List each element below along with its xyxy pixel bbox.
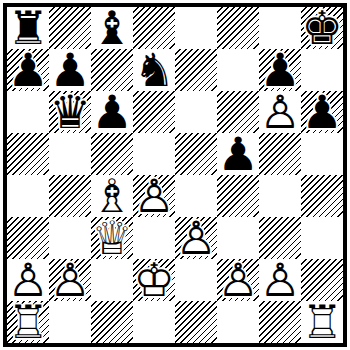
square-h5[interactable] [301,133,343,175]
board-frame: ♜♝♚♟♟♞♟♛♟♟♙♟♟♝♗♟♙♛♕♟♙♟♙♟♙♚♔♟♙♟♙♜♖♜♖ [3,3,347,347]
square-a2[interactable]: ♟♙ [7,259,49,301]
square-h1[interactable]: ♜♖ [301,301,343,343]
square-f3[interactable] [217,217,259,259]
piece-white-rook-fill: ♜ [301,301,343,343]
square-h3[interactable] [301,217,343,259]
square-e3[interactable]: ♟♙ [175,217,217,259]
square-d5[interactable] [133,133,175,175]
square-g8[interactable] [259,7,301,49]
piece-black-knight: ♞ [133,49,175,91]
square-h7[interactable] [301,49,343,91]
square-a4[interactable] [7,175,49,217]
piece-white-queen-fill: ♛ [91,217,133,259]
piece-black-king: ♚ [301,7,343,49]
piece-white-queen: ♕ [91,217,133,259]
square-h2[interactable] [301,259,343,301]
piece-white-king: ♔ [133,259,175,301]
square-d1[interactable] [133,301,175,343]
piece-white-pawn-fill: ♟ [49,259,91,301]
square-g7[interactable]: ♟ [259,49,301,91]
square-f6[interactable] [217,91,259,133]
piece-black-queen: ♛ [49,91,91,133]
square-g5[interactable] [259,133,301,175]
square-b8[interactable] [49,7,91,49]
piece-black-pawn: ♟ [217,133,259,175]
square-b2[interactable]: ♟♙ [49,259,91,301]
piece-white-pawn-fill: ♟ [259,259,301,301]
square-a1[interactable]: ♜♖ [7,301,49,343]
square-e7[interactable] [175,49,217,91]
square-d2[interactable]: ♚♔ [133,259,175,301]
piece-white-bishop: ♗ [91,175,133,217]
square-f8[interactable] [217,7,259,49]
piece-black-rook: ♜ [7,7,49,49]
piece-white-pawn-fill: ♟ [133,175,175,217]
square-g2[interactable]: ♟♙ [259,259,301,301]
piece-black-pawn: ♟ [49,49,91,91]
square-h8[interactable]: ♚ [301,7,343,49]
square-c1[interactable] [91,301,133,343]
piece-white-rook: ♖ [301,301,343,343]
square-d8[interactable] [133,7,175,49]
square-e6[interactable] [175,91,217,133]
piece-white-pawn: ♙ [175,217,217,259]
piece-white-pawn: ♙ [49,259,91,301]
square-b7[interactable]: ♟ [49,49,91,91]
square-g3[interactable] [259,217,301,259]
square-d7[interactable]: ♞ [133,49,175,91]
square-g1[interactable] [259,301,301,343]
chess-diagram: ♜♝♚♟♟♞♟♛♟♟♙♟♟♝♗♟♙♛♕♟♙♟♙♟♙♚♔♟♙♟♙♜♖♜♖ [0,0,350,350]
square-c8[interactable]: ♝ [91,7,133,49]
piece-white-pawn-fill: ♟ [259,91,301,133]
square-b4[interactable] [49,175,91,217]
square-g6[interactable]: ♟♙ [259,91,301,133]
piece-black-bishop: ♝ [91,7,133,49]
piece-white-rook-fill: ♜ [7,301,49,343]
square-e2[interactable] [175,259,217,301]
square-b1[interactable] [49,301,91,343]
piece-white-pawn: ♙ [217,259,259,301]
piece-white-pawn: ♙ [7,259,49,301]
square-a7[interactable]: ♟ [7,49,49,91]
square-a3[interactable] [7,217,49,259]
piece-white-king-fill: ♚ [133,259,175,301]
square-f7[interactable] [217,49,259,91]
square-f1[interactable] [217,301,259,343]
piece-white-pawn-fill: ♟ [217,259,259,301]
square-a6[interactable] [7,91,49,133]
square-f2[interactable]: ♟♙ [217,259,259,301]
piece-black-pawn: ♟ [91,91,133,133]
piece-white-pawn: ♙ [133,175,175,217]
piece-white-pawn-fill: ♟ [175,217,217,259]
square-a5[interactable] [7,133,49,175]
square-c4[interactable]: ♝♗ [91,175,133,217]
square-b3[interactable] [49,217,91,259]
square-e5[interactable] [175,133,217,175]
square-h4[interactable] [301,175,343,217]
piece-black-pawn: ♟ [301,91,343,133]
square-f4[interactable] [217,175,259,217]
square-g4[interactable] [259,175,301,217]
square-d6[interactable] [133,91,175,133]
square-a8[interactable]: ♜ [7,7,49,49]
chess-board: ♜♝♚♟♟♞♟♛♟♟♙♟♟♝♗♟♙♛♕♟♙♟♙♟♙♚♔♟♙♟♙♜♖♜♖ [7,7,343,343]
piece-white-bishop-fill: ♝ [91,175,133,217]
square-c3[interactable]: ♛♕ [91,217,133,259]
piece-white-pawn-fill: ♟ [7,259,49,301]
piece-black-pawn: ♟ [7,49,49,91]
square-e4[interactable] [175,175,217,217]
square-c7[interactable] [91,49,133,91]
piece-white-rook: ♖ [7,301,49,343]
square-b5[interactable] [49,133,91,175]
square-c5[interactable] [91,133,133,175]
square-c6[interactable]: ♟ [91,91,133,133]
square-d3[interactable] [133,217,175,259]
square-b6[interactable]: ♛ [49,91,91,133]
square-e1[interactable] [175,301,217,343]
piece-white-pawn: ♙ [259,259,301,301]
square-f5[interactable]: ♟ [217,133,259,175]
square-h6[interactable]: ♟ [301,91,343,133]
square-c2[interactable] [91,259,133,301]
square-d4[interactable]: ♟♙ [133,175,175,217]
piece-black-pawn: ♟ [259,49,301,91]
square-e8[interactable] [175,7,217,49]
piece-white-pawn: ♙ [259,91,301,133]
